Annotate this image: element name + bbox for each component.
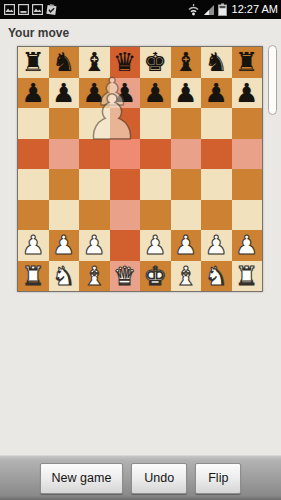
board-square-a4[interactable]	[18, 169, 49, 200]
board-square-f4[interactable]	[171, 169, 202, 200]
chess-board[interactable]: ♜♞♝♛♚♝♞♜♟♟♟♟♟♟♟♟♟♟♟♟♟♟♟♜♞♝♛♚♝♞♜	[17, 46, 263, 292]
black-pawn-piece: ♟	[201, 78, 232, 109]
board-square-b7[interactable]: ♟	[49, 78, 80, 109]
black-rook-piece: ♜	[18, 47, 49, 78]
black-king-piece: ♚	[140, 47, 171, 78]
board-square-b3[interactable]	[49, 200, 80, 231]
board-square-h8[interactable]: ♜	[232, 47, 263, 78]
board-square-c1[interactable]: ♝	[79, 261, 110, 292]
white-pawn-piece: ♟	[79, 230, 110, 261]
move-status-text: Your move	[0, 26, 69, 40]
board-square-f7[interactable]: ♟	[171, 78, 202, 109]
board-square-g6[interactable]	[201, 108, 232, 139]
scrollbar-thumb[interactable]	[268, 45, 277, 115]
board-square-h7[interactable]: ♟	[232, 78, 263, 109]
board-square-e3[interactable]	[140, 200, 171, 231]
board-square-f2[interactable]: ♟	[171, 230, 202, 261]
board-square-a7[interactable]: ♟	[18, 78, 49, 109]
board-square-c6[interactable]	[79, 108, 110, 139]
battery-icon	[218, 3, 227, 16]
black-knight-piece: ♞	[49, 47, 80, 78]
board-square-g4[interactable]	[201, 169, 232, 200]
board-square-d4[interactable]	[110, 169, 141, 200]
board-square-d5[interactable]	[110, 139, 141, 170]
board-square-a8[interactable]: ♜	[18, 47, 49, 78]
board-square-b1[interactable]: ♞	[49, 261, 80, 292]
white-rook-piece: ♜	[18, 261, 49, 292]
board-square-c7[interactable]: ♟	[79, 78, 110, 109]
white-king-piece: ♚	[140, 261, 171, 292]
white-pawn-piece: ♟	[18, 230, 49, 261]
white-bishop-piece: ♝	[79, 261, 110, 292]
board-square-h4[interactable]	[232, 169, 263, 200]
board-square-b2[interactable]: ♟	[49, 230, 80, 261]
board-square-e7[interactable]: ♟	[140, 78, 171, 109]
black-pawn-piece: ♟	[18, 78, 49, 109]
board-square-e2[interactable]: ♟	[140, 230, 171, 261]
black-rook-piece: ♜	[232, 47, 263, 78]
board-square-f6[interactable]	[171, 108, 202, 139]
board-square-c3[interactable]	[79, 200, 110, 231]
black-bishop-piece: ♝	[171, 47, 202, 78]
board-square-h3[interactable]	[232, 200, 263, 231]
status-bar-clock: 12:27 AM	[230, 0, 278, 19]
gallery-icon	[4, 4, 15, 15]
board-square-e6[interactable]	[140, 108, 171, 139]
black-bishop-piece: ♝	[79, 47, 110, 78]
white-bishop-piece: ♝	[171, 261, 202, 292]
board-square-c8[interactable]: ♝	[79, 47, 110, 78]
black-pawn-piece: ♟	[232, 78, 263, 109]
board-square-b5[interactable]	[49, 139, 80, 170]
board-square-h2[interactable]: ♟	[232, 230, 263, 261]
black-pawn-piece: ♟	[171, 78, 202, 109]
board-square-a5[interactable]	[18, 139, 49, 170]
black-pawn-piece: ♟	[79, 78, 110, 109]
board-square-g7[interactable]: ♟	[201, 78, 232, 109]
board-square-h1[interactable]: ♜	[232, 261, 263, 292]
board-square-f1[interactable]: ♝	[171, 261, 202, 292]
board-square-d1[interactable]: ♛	[110, 261, 141, 292]
move-status-bar: Your move	[0, 19, 281, 46]
board-square-d7[interactable]: ♟	[110, 78, 141, 109]
white-rook-piece: ♜	[232, 261, 263, 292]
board-square-c4[interactable]	[79, 169, 110, 200]
clipboard-check-icon	[45, 3, 57, 15]
undo-button[interactable]: Undo	[131, 463, 187, 494]
board-square-e4[interactable]	[140, 169, 171, 200]
system-status-icons: 12:27 AM	[187, 0, 281, 19]
flip-button[interactable]: Flip	[195, 463, 241, 494]
white-knight-piece: ♞	[201, 261, 232, 292]
board-square-e1[interactable]: ♚	[140, 261, 171, 292]
white-pawn-piece: ♟	[201, 230, 232, 261]
signal-strength-icon	[203, 4, 215, 16]
board-square-f5[interactable]	[171, 139, 202, 170]
white-queen-piece: ♛	[110, 261, 141, 292]
board-square-g2[interactable]: ♟	[201, 230, 232, 261]
board-square-g8[interactable]: ♞	[201, 47, 232, 78]
board-square-a2[interactable]: ♟	[18, 230, 49, 261]
board-square-e8[interactable]: ♚	[140, 47, 171, 78]
white-knight-piece: ♞	[49, 261, 80, 292]
board-square-f3[interactable]	[171, 200, 202, 231]
board-square-d6[interactable]	[110, 108, 141, 139]
board-square-b6[interactable]	[49, 108, 80, 139]
white-pawn-piece: ♟	[140, 230, 171, 261]
board-square-g5[interactable]	[201, 139, 232, 170]
notification-icons	[0, 4, 57, 15]
white-pawn-piece: ♟	[232, 230, 263, 261]
board-square-g1[interactable]: ♞	[201, 261, 232, 292]
wifi-icon	[187, 3, 200, 16]
board-square-d8[interactable]: ♛	[110, 47, 141, 78]
new-game-button[interactable]: New game	[40, 463, 124, 494]
board-square-h6[interactable]	[232, 108, 263, 139]
white-pawn-piece: ♟	[49, 230, 80, 261]
white-pawn-piece: ♟	[171, 230, 202, 261]
board-square-f8[interactable]: ♝	[171, 47, 202, 78]
board-square-b4[interactable]	[49, 169, 80, 200]
black-queen-piece: ♛	[110, 47, 141, 78]
board-square-c2[interactable]: ♟	[79, 230, 110, 261]
board-square-a3[interactable]	[18, 200, 49, 231]
board-square-h5[interactable]	[232, 139, 263, 170]
black-pawn-piece: ♟	[49, 78, 80, 109]
black-pawn-piece: ♟	[140, 78, 171, 109]
gallery-icon	[32, 4, 43, 15]
black-pawn-piece: ♟	[110, 78, 141, 109]
board-square-d3[interactable]	[110, 200, 141, 231]
board-square-c5[interactable]	[79, 139, 110, 170]
board-square-a1[interactable]: ♜	[18, 261, 49, 292]
black-knight-piece: ♞	[201, 47, 232, 78]
board-square-g3[interactable]	[201, 200, 232, 231]
bottom-button-bar: New game Undo Flip	[0, 455, 281, 500]
screenshot-icon	[18, 4, 29, 15]
board-square-a6[interactable]	[18, 108, 49, 139]
chess-app-screen: 12:27 AM Your move ♜♞♝♛♚♝♞♜♟♟♟♟♟♟♟♟♟♟♟♟♟…	[0, 0, 281, 500]
board-square-e5[interactable]	[140, 139, 171, 170]
board-square-d2[interactable]	[110, 230, 141, 261]
status-bar: 12:27 AM	[0, 0, 281, 19]
board-square-b8[interactable]: ♞	[49, 47, 80, 78]
